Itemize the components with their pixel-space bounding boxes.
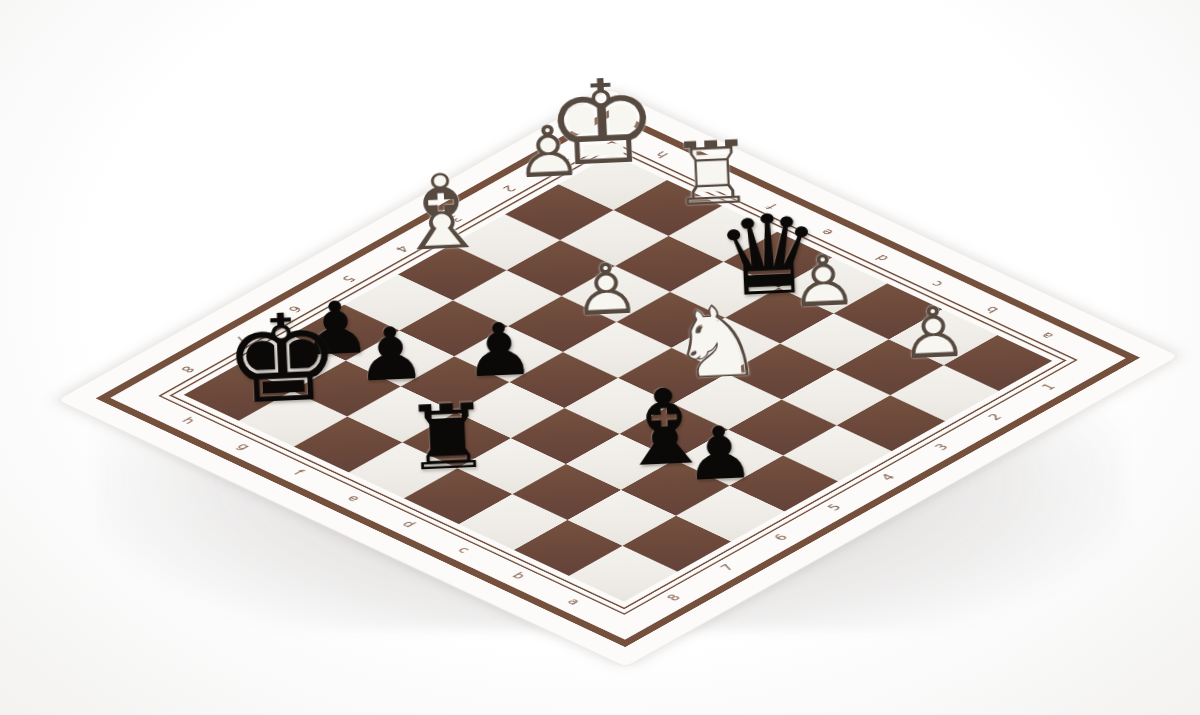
piece-white-pawn-a2[interactable]: ♟♙ — [863, 260, 1004, 400]
pawn-glyph: ♟♙ — [863, 260, 1004, 400]
piece-black-pawn-a6[interactable]: ♟♟ — [649, 381, 790, 521]
piece-white-pawn-h2[interactable]: ♟♙ — [478, 79, 619, 219]
rook-glyph: ♜♜ — [377, 363, 518, 503]
photo-scene: hhggffeeddccbbaa1122334455667788 ♚♔♜♖♞♘♝… — [0, 0, 1200, 715]
pawn-glyph: ♟♙ — [478, 79, 619, 219]
pawn-glyph: ♟♟ — [649, 381, 790, 521]
piece-black-rook-d8[interactable]: ♜♜ — [377, 363, 518, 503]
